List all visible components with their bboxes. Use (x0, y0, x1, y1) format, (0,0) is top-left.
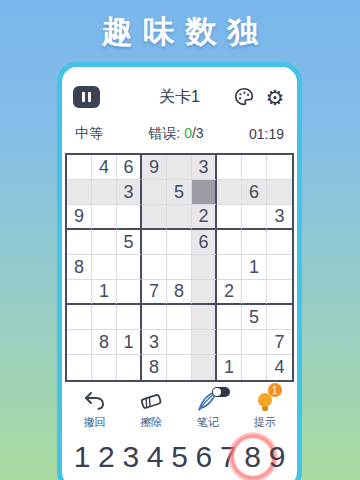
hint-label: 提示 (254, 415, 276, 430)
sudoku-cell-r4c5[interactable] (167, 230, 192, 255)
sudoku-cell-r2c9[interactable] (267, 180, 292, 205)
numpad-digit-8[interactable]: 8 (242, 440, 264, 474)
sudoku-cell-r1c1[interactable] (67, 155, 92, 180)
sudoku-cell-r9c3[interactable] (117, 355, 142, 380)
notes-label: 笔记 (197, 415, 219, 430)
sudoku-cell-r4c8[interactable] (242, 230, 267, 255)
sudoku-cell-r4c7[interactable] (217, 230, 242, 255)
sudoku-cell-r5c9[interactable] (267, 255, 292, 280)
sudoku-cell-r9c1[interactable] (67, 355, 92, 380)
sudoku-cell-r3c6[interactable]: 2 (192, 205, 217, 230)
erase-label: 擦除 (140, 415, 162, 430)
sudoku-cell-r9c6[interactable] (192, 355, 217, 380)
game-panel: 关卡1 ⚙ 中等 错误: 0/3 01:19 46933569235681178… (57, 62, 302, 480)
sudoku-cell-r7c1[interactable] (67, 305, 92, 330)
sudoku-cell-r4c6[interactable]: 6 (192, 230, 217, 255)
hint-badge: 1 (268, 383, 282, 397)
sudoku-cell-r8c7[interactable] (217, 330, 242, 355)
sudoku-cell-r8c4[interactable]: 3 (142, 330, 167, 355)
sudoku-cell-r1c8[interactable] (242, 155, 267, 180)
sudoku-cell-r8c9[interactable]: 7 (267, 330, 292, 355)
sudoku-cell-r2c2[interactable] (92, 180, 117, 205)
sudoku-cell-r3c5[interactable] (167, 205, 192, 230)
sudoku-cell-r2c6[interactable] (192, 180, 217, 205)
numpad-digit-9[interactable]: 9 (266, 440, 288, 474)
sudoku-cell-r2c3[interactable]: 3 (117, 180, 142, 205)
numpad-digit-2[interactable]: 2 (95, 440, 117, 474)
sudoku-cell-r1c9[interactable] (267, 155, 292, 180)
sudoku-cell-r8c2[interactable]: 8 (92, 330, 117, 355)
sudoku-cell-r1c5[interactable] (167, 155, 192, 180)
sudoku-cell-r6c9[interactable] (267, 280, 292, 305)
sudoku-cell-r1c6[interactable]: 3 (192, 155, 217, 180)
sudoku-cell-r2c8[interactable]: 6 (242, 180, 267, 205)
level-title: 关卡1 (62, 87, 297, 108)
sudoku-cell-r5c3[interactable] (117, 255, 142, 280)
errors-counter: 错误: 0/3 (148, 125, 203, 143)
sudoku-cell-r9c8[interactable] (242, 355, 267, 380)
sudoku-cell-r6c1[interactable] (67, 280, 92, 305)
sudoku-cell-r2c4[interactable] (142, 180, 167, 205)
sudoku-cell-r5c6[interactable] (192, 255, 217, 280)
number-pad: 123456789 (62, 433, 297, 480)
sudoku-cell-r5c2[interactable] (92, 255, 117, 280)
numpad-digit-5[interactable]: 5 (169, 440, 191, 474)
sudoku-cell-r5c5[interactable] (167, 255, 192, 280)
notes-button[interactable]: 笔记 (183, 389, 233, 430)
sudoku-cell-r1c2[interactable]: 4 (92, 155, 117, 180)
timer: 01:19 (249, 126, 284, 142)
sudoku-cell-r7c6[interactable] (192, 305, 217, 330)
sudoku-cell-r7c2[interactable] (92, 305, 117, 330)
sudoku-cell-r7c3[interactable] (117, 305, 142, 330)
sudoku-cell-r4c4[interactable] (142, 230, 167, 255)
sudoku-cell-r7c7[interactable] (217, 305, 242, 330)
sudoku-cell-r3c8[interactable] (242, 205, 267, 230)
sudoku-cell-r6c4[interactable]: 7 (142, 280, 167, 305)
undo-icon (82, 390, 106, 412)
sudoku-cell-r3c3[interactable] (117, 205, 142, 230)
notes-toggle[interactable] (212, 387, 230, 397)
sudoku-cell-r4c3[interactable]: 5 (117, 230, 142, 255)
eraser-icon (138, 390, 164, 412)
sudoku-cell-r4c1[interactable] (67, 230, 92, 255)
sudoku-cell-r7c5[interactable] (167, 305, 192, 330)
sudoku-cell-r7c9[interactable] (267, 305, 292, 330)
panel-header: 关卡1 ⚙ (62, 84, 297, 110)
sudoku-cell-r7c4[interactable] (142, 305, 167, 330)
status-bar: 中等 错误: 0/3 01:19 (62, 125, 297, 143)
sudoku-cell-r3c4[interactable] (142, 205, 167, 230)
sudoku-cell-r6c5[interactable]: 8 (167, 280, 192, 305)
app-title: 趣味数独 (0, 11, 360, 53)
sudoku-cell-r3c2[interactable] (92, 205, 117, 230)
sudoku-cell-r1c7[interactable] (217, 155, 242, 180)
sudoku-cell-r9c9[interactable]: 4 (267, 355, 292, 380)
sudoku-cell-r2c1[interactable] (67, 180, 92, 205)
sudoku-cell-r8c8[interactable] (242, 330, 267, 355)
sudoku-cell-r5c1[interactable]: 8 (67, 255, 92, 280)
numpad-digit-4[interactable]: 4 (144, 440, 166, 474)
sudoku-cell-r4c9[interactable] (267, 230, 292, 255)
sudoku-cell-r2c7[interactable] (217, 180, 242, 205)
sudoku-cell-r6c6[interactable] (192, 280, 217, 305)
sudoku-cell-r6c7[interactable]: 2 (217, 280, 242, 305)
sudoku-cell-r3c7[interactable] (217, 205, 242, 230)
sudoku-cell-r6c8[interactable] (242, 280, 267, 305)
sudoku-cell-r8c1[interactable] (67, 330, 92, 355)
sudoku-cell-r3c9[interactable]: 3 (267, 205, 292, 230)
sudoku-cell-r1c3[interactable]: 6 (117, 155, 142, 180)
sudoku-cell-r9c5[interactable] (167, 355, 192, 380)
sudoku-cell-r1c4[interactable]: 9 (142, 155, 167, 180)
sudoku-cell-r9c7[interactable]: 1 (217, 355, 242, 380)
sudoku-cell-r7c8[interactable]: 5 (242, 305, 267, 330)
undo-button[interactable]: 撤回 (69, 389, 119, 430)
sudoku-cell-r6c2[interactable]: 1 (92, 280, 117, 305)
numpad-digit-1[interactable]: 1 (71, 440, 93, 474)
toolbar: 撤回 擦除 笔记 (62, 389, 297, 430)
sudoku-cell-r8c6[interactable] (192, 330, 217, 355)
sudoku-board: 46933569235681178258137814 (65, 153, 294, 382)
sudoku-cell-r8c5[interactable] (167, 330, 192, 355)
numpad-digit-3[interactable]: 3 (120, 440, 142, 474)
errors-current: 0 (184, 125, 192, 141)
difficulty-label: 中等 (75, 125, 103, 143)
sudoku-cell-r5c7[interactable] (217, 255, 242, 280)
sudoku-cell-r9c4[interactable]: 8 (142, 355, 167, 380)
sudoku-cell-r2c5[interactable]: 5 (167, 180, 192, 205)
erase-button[interactable]: 擦除 (126, 389, 176, 430)
sudoku-cell-r8c3[interactable]: 1 (117, 330, 142, 355)
sudoku-cell-r9c2[interactable] (92, 355, 117, 380)
hint-button[interactable]: 1 提示 (240, 389, 290, 430)
undo-label: 撤回 (83, 415, 105, 430)
numpad-digit-6[interactable]: 6 (193, 440, 215, 474)
sudoku-cell-r3c1[interactable]: 9 (67, 205, 92, 230)
sudoku-cell-r5c4[interactable] (142, 255, 167, 280)
sudoku-cell-r5c8[interactable]: 1 (242, 255, 267, 280)
sudoku-cell-r4c2[interactable] (92, 230, 117, 255)
sudoku-cell-r6c3[interactable] (117, 280, 142, 305)
